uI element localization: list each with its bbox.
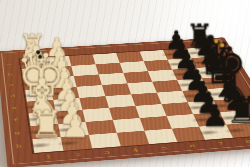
coordinate-rank-7: 7 (211, 141, 230, 147)
coordinate-rank-2: 2 (69, 152, 88, 158)
chess-board: 12345678abcdefgh♜♞♝♛♚♝♞♜♟♟♟♟♟♟♟♟♟♟♟♟♟♟♟♟… (0, 37, 250, 167)
coordinate-rank-8: 8 (239, 139, 250, 144)
coordinate-rank-1: 1 (39, 154, 58, 160)
scene: 12345678abcdefgh♜♞♝♛♚♝♞♜♟♟♟♟♟♟♟♟♟♟♟♟♟♟♟♟… (0, 0, 250, 167)
coordinate-rank-5: 5 (155, 146, 174, 152)
piece-white-rook-h1[interactable]: ♜ (22, 108, 71, 146)
coordinate-rank-4: 4 (126, 148, 145, 154)
square-d4[interactable] (102, 83, 131, 96)
coordinate-rank-3: 3 (98, 150, 117, 156)
white-rook-glyph: ♜ (22, 108, 71, 143)
black-pawn-glyph: ♟ (191, 102, 238, 130)
coordinate-rank-6: 6 (183, 143, 202, 149)
piece-black-pawn-h7[interactable]: ♟ (191, 102, 238, 132)
